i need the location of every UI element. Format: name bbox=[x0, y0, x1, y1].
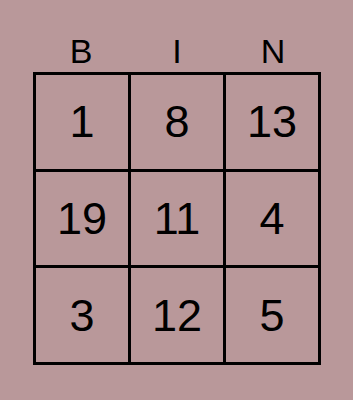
bingo-cell-r1c1[interactable]: 1 bbox=[36, 75, 128, 169]
bingo-cell-r3c1[interactable]: 3 bbox=[36, 268, 128, 362]
column-header-b: B bbox=[33, 30, 129, 72]
bingo-cell-r1c2[interactable]: 8 bbox=[131, 75, 223, 169]
bingo-cell-r2c1[interactable]: 19 bbox=[36, 172, 128, 266]
column-header-n: N bbox=[225, 30, 321, 72]
bingo-card: B I N 1 8 13 19 11 4 3 12 5 bbox=[33, 30, 321, 365]
bingo-cell-r2c2[interactable]: 11 bbox=[131, 172, 223, 266]
column-header-i: I bbox=[129, 30, 225, 72]
bingo-cell-r3c3[interactable]: 5 bbox=[226, 268, 318, 362]
bingo-cell-r3c2[interactable]: 12 bbox=[131, 268, 223, 362]
bingo-grid: 1 8 13 19 11 4 3 12 5 bbox=[33, 72, 321, 365]
bingo-header-row: B I N bbox=[33, 30, 321, 72]
bingo-cell-r2c3[interactable]: 4 bbox=[226, 172, 318, 266]
bingo-cell-r1c3[interactable]: 13 bbox=[226, 75, 318, 169]
